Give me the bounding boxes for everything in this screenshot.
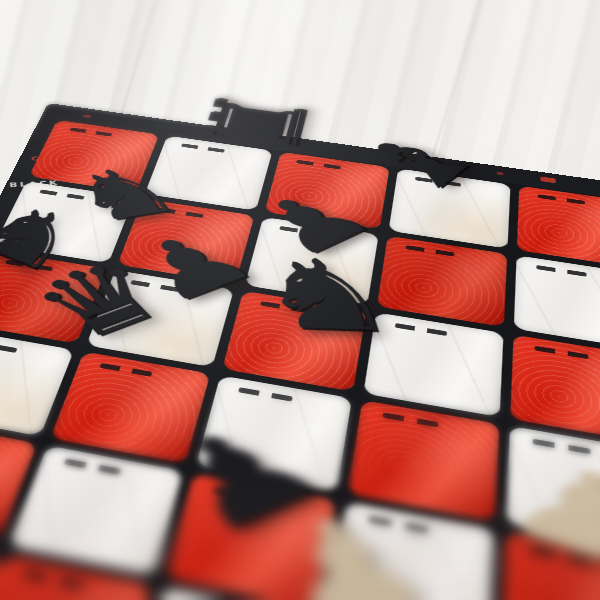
red-print-mark: [497, 172, 504, 176]
chess-board-photo: CHESS BLACK ♞♟♞♟♞♛♟♟♟♜♝: [0, 0, 600, 600]
red-print-mark: [540, 176, 555, 183]
square-surface: [165, 473, 335, 600]
chess-board: CHESS BLACK ♞♟♞♟♞♛♟♟♟♜♝: [0, 118, 600, 600]
red-print-mark: [82, 114, 91, 118]
square-surface: [0, 181, 134, 263]
